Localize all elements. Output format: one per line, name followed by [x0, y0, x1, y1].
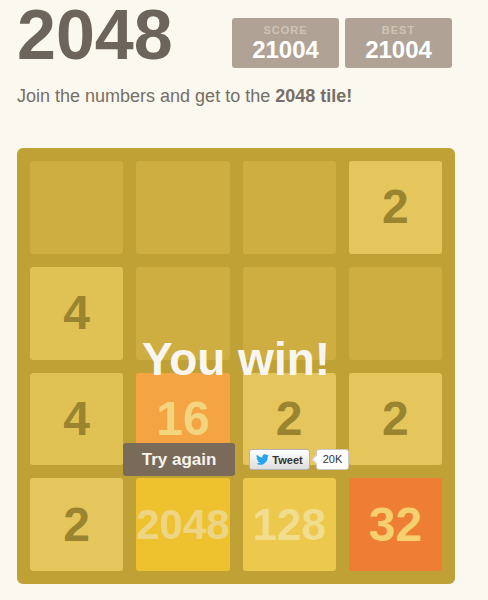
score-label: SCORE — [263, 24, 307, 36]
game-board: 24416222204812832 You win! Try again Twe… — [17, 148, 455, 584]
score-box: SCORE 21004 — [232, 18, 339, 68]
page-title: 2048 — [17, 0, 173, 70]
best-label: BEST — [382, 24, 415, 36]
best-box: BEST 21004 — [345, 18, 452, 68]
score-value: 21004 — [252, 38, 319, 62]
tweet-count-bubble[interactable]: 20K — [316, 449, 350, 470]
tweet-button-label: Tweet — [272, 454, 302, 466]
best-value: 21004 — [365, 38, 432, 62]
overlay-buttons: Try again Tweet 20K — [17, 443, 455, 476]
win-overlay: You win! Try again Tweet 20K — [17, 148, 455, 584]
score-panel: SCORE 21004 BEST 21004 — [232, 18, 452, 68]
tweet-button[interactable]: Tweet — [249, 449, 309, 470]
2048-app: 2048 SCORE 21004 BEST 21004 Join the num… — [0, 0, 488, 600]
subtitle: Join the numbers and get to the 2048 til… — [17, 86, 352, 107]
subtitle-text: Join the numbers and get to the — [17, 86, 275, 106]
subtitle-goal: 2048 tile! — [275, 86, 352, 106]
twitter-bird-icon — [256, 453, 269, 466]
try-again-button[interactable]: Try again — [123, 443, 236, 476]
win-message: You win! — [17, 332, 455, 386]
tweet-widget: Tweet 20K — [249, 449, 349, 470]
